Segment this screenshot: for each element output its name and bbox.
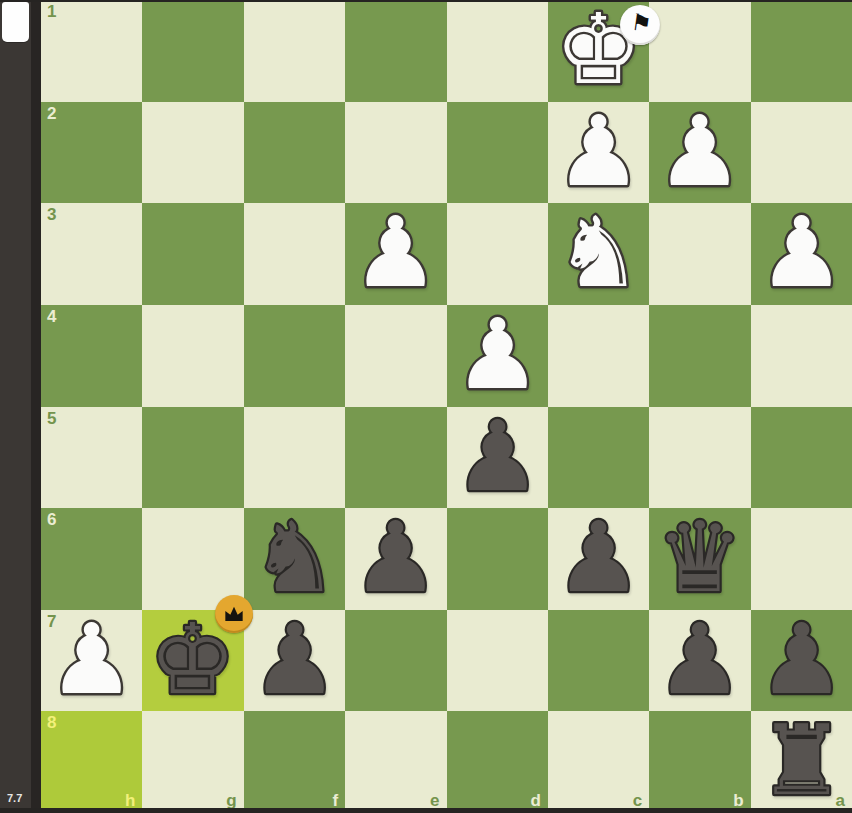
svg-text:♛: ♛ — [656, 509, 743, 607]
square-b5[interactable] — [649, 407, 750, 509]
rank-label-5: 5 — [47, 410, 56, 427]
square-a4[interactable] — [751, 305, 852, 407]
square-a6[interactable] — [751, 508, 852, 610]
rank-label-2: 2 — [47, 105, 56, 122]
square-c7[interactable] — [548, 610, 649, 712]
svg-text:♜: ♜ — [758, 712, 845, 810]
rank-label-3: 3 — [47, 206, 56, 223]
svg-text:♟: ♟ — [454, 408, 541, 506]
file-label-h: h — [125, 792, 135, 809]
square-h8[interactable]: 8h — [41, 711, 142, 813]
square-h5[interactable]: 5 — [41, 407, 142, 509]
timeout-flag-badge: ⚑ — [620, 5, 660, 45]
square-e6[interactable]: ♟ — [345, 508, 446, 610]
square-h6[interactable]: 6 — [41, 508, 142, 610]
black-knight[interactable]: ♞ — [246, 509, 343, 607]
square-d3[interactable] — [447, 203, 548, 305]
square-g1[interactable] — [142, 0, 243, 102]
svg-text:♟: ♟ — [555, 509, 642, 607]
square-g4[interactable] — [142, 305, 243, 407]
square-d8[interactable]: d — [447, 711, 548, 813]
square-e2[interactable] — [345, 102, 446, 204]
square-a1[interactable] — [751, 0, 852, 102]
white-pawn[interactable]: ♟ — [550, 103, 647, 201]
square-h1[interactable]: 1 — [41, 0, 142, 102]
square-f5[interactable] — [244, 407, 345, 509]
square-c3[interactable]: ♞ — [548, 203, 649, 305]
square-f4[interactable] — [244, 305, 345, 407]
square-a3[interactable]: ♟ — [751, 203, 852, 305]
white-knight[interactable]: ♞ — [550, 204, 647, 302]
black-queen[interactable]: ♛ — [651, 509, 748, 607]
square-b2[interactable]: ♟ — [649, 102, 750, 204]
square-g3[interactable] — [142, 203, 243, 305]
square-g8[interactable]: g — [142, 711, 243, 813]
white-pawn[interactable]: ♟ — [449, 306, 546, 404]
square-e7[interactable] — [345, 610, 446, 712]
black-rook[interactable]: ♜ — [753, 712, 850, 810]
square-d1[interactable] — [447, 0, 548, 102]
svg-text:♟: ♟ — [656, 611, 743, 709]
square-f2[interactable] — [244, 102, 345, 204]
black-pawn[interactable]: ♟ — [753, 611, 850, 709]
file-label-d: d — [530, 792, 540, 809]
top-edge — [0, 0, 852, 2]
left-panel: 7.7 — [0, 0, 41, 813]
file-label-f: f — [332, 792, 338, 809]
square-g6[interactable] — [142, 508, 243, 610]
crown-icon — [221, 601, 247, 627]
white-pawn[interactable]: ♟ — [43, 611, 140, 709]
eval-white-portion — [2, 2, 29, 42]
square-f1[interactable] — [244, 0, 345, 102]
file-label-e: e — [430, 792, 439, 809]
square-c5[interactable] — [548, 407, 649, 509]
black-pawn[interactable]: ♟ — [651, 611, 748, 709]
square-f7[interactable]: ♟ — [244, 610, 345, 712]
rank-label-1: 1 — [47, 3, 56, 20]
evaluation-bar[interactable]: 7.7 — [0, 0, 31, 813]
winner-crown-badge — [215, 595, 253, 633]
white-pawn[interactable]: ♟ — [753, 204, 850, 302]
square-g2[interactable] — [142, 102, 243, 204]
svg-text:♞: ♞ — [555, 204, 642, 302]
square-b6[interactable]: ♛ — [649, 508, 750, 610]
file-label-g: g — [226, 792, 236, 809]
black-pawn[interactable]: ♟ — [550, 509, 647, 607]
svg-text:♟: ♟ — [656, 103, 743, 201]
file-label-b: b — [733, 792, 743, 809]
square-d4[interactable]: ♟ — [447, 305, 548, 407]
square-h3[interactable]: 3 — [41, 203, 142, 305]
square-e1[interactable] — [345, 0, 446, 102]
square-c8[interactable]: c — [548, 711, 649, 813]
eval-score: 7.7 — [7, 792, 22, 804]
rank-label-4: 4 — [47, 308, 56, 325]
square-e8[interactable]: e — [345, 711, 446, 813]
square-f8[interactable]: f — [244, 711, 345, 813]
game-over-board-view: 7.7 1♚2♟♟3♟♞♟4♟5♟6♞♟♟♛7♟♚♟♟♟8hgfedcba♜ ⚑ — [0, 0, 852, 813]
square-e3[interactable]: ♟ — [345, 203, 446, 305]
svg-text:♟: ♟ — [251, 611, 338, 709]
svg-text:♟: ♟ — [758, 204, 845, 302]
svg-text:♞: ♞ — [251, 509, 338, 607]
square-c2[interactable]: ♟ — [548, 102, 649, 204]
square-e4[interactable] — [345, 305, 446, 407]
square-h2[interactable]: 2 — [41, 102, 142, 204]
black-pawn[interactable]: ♟ — [347, 509, 444, 607]
bottom-edge — [0, 808, 852, 813]
square-d2[interactable] — [447, 102, 548, 204]
square-a2[interactable] — [751, 102, 852, 204]
square-b7[interactable]: ♟ — [649, 610, 750, 712]
svg-text:♟: ♟ — [758, 611, 845, 709]
svg-text:♟: ♟ — [48, 611, 135, 709]
square-b3[interactable] — [649, 203, 750, 305]
square-d5[interactable]: ♟ — [447, 407, 548, 509]
square-d6[interactable] — [447, 508, 548, 610]
square-c6[interactable]: ♟ — [548, 508, 649, 610]
square-b8[interactable]: b — [649, 711, 750, 813]
svg-text:♟: ♟ — [555, 103, 642, 201]
square-g5[interactable] — [142, 407, 243, 509]
square-f6[interactable]: ♞ — [244, 508, 345, 610]
square-a8[interactable]: a♜ — [751, 711, 852, 813]
rank-label-6: 6 — [47, 511, 56, 528]
white-pawn[interactable]: ♟ — [347, 204, 444, 302]
white-pawn[interactable]: ♟ — [651, 103, 748, 201]
svg-text:♟: ♟ — [454, 306, 541, 404]
chess-board: 1♚2♟♟3♟♞♟4♟5♟6♞♟♟♛7♟♚♟♟♟8hgfedcba♜ — [41, 0, 852, 813]
square-b4[interactable] — [649, 305, 750, 407]
square-c4[interactable] — [548, 305, 649, 407]
rank-label-8: 8 — [47, 714, 56, 731]
square-h7[interactable]: 7♟ — [41, 610, 142, 712]
black-pawn[interactable]: ♟ — [246, 611, 343, 709]
svg-text:♟: ♟ — [352, 509, 439, 607]
flag-icon: ⚑ — [629, 10, 653, 36]
svg-text:♟: ♟ — [352, 204, 439, 302]
square-d7[interactable] — [447, 610, 548, 712]
square-e5[interactable] — [345, 407, 446, 509]
square-f3[interactable] — [244, 203, 345, 305]
square-b1[interactable] — [649, 0, 750, 102]
file-label-c: c — [633, 792, 642, 809]
square-a5[interactable] — [751, 407, 852, 509]
black-pawn[interactable]: ♟ — [449, 408, 546, 506]
square-h4[interactable]: 4 — [41, 305, 142, 407]
square-a7[interactable]: ♟ — [751, 610, 852, 712]
